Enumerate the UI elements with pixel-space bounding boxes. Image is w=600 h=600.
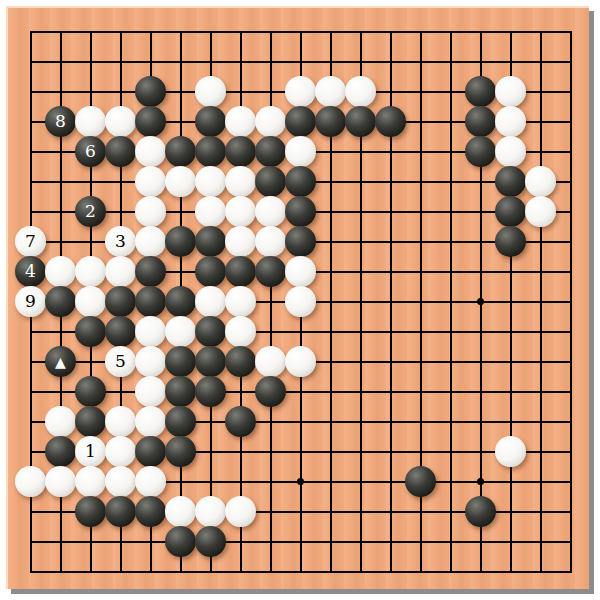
black-stone[interactable] <box>225 346 256 377</box>
white-stone[interactable] <box>225 496 256 527</box>
white-stone[interactable] <box>105 466 136 497</box>
white-stone[interactable] <box>195 76 226 107</box>
move-number-label: 8 <box>55 113 66 130</box>
black-stone[interactable] <box>195 346 226 377</box>
white-stone[interactable] <box>525 196 556 227</box>
white-stone[interactable]: 3 <box>105 226 136 257</box>
black-stone[interactable] <box>135 436 166 467</box>
white-stone[interactable] <box>195 286 226 317</box>
white-stone[interactable] <box>105 256 136 287</box>
white-stone[interactable] <box>45 466 76 497</box>
go-board[interactable]: 8627349▲51 <box>6 6 589 589</box>
white-stone[interactable] <box>225 106 256 137</box>
black-stone[interactable]: 8 <box>45 106 76 137</box>
white-stone[interactable] <box>225 196 256 227</box>
black-stone[interactable] <box>495 196 526 227</box>
black-stone[interactable] <box>45 436 76 467</box>
black-stone[interactable]: ▲ <box>45 346 76 377</box>
black-stone[interactable] <box>345 106 376 137</box>
black-stone[interactable] <box>105 496 136 527</box>
black-stone[interactable] <box>165 376 196 407</box>
white-stone[interactable] <box>135 196 166 227</box>
white-stone[interactable]: 7 <box>15 226 46 257</box>
black-stone[interactable] <box>225 406 256 437</box>
move-number-label: 2 <box>85 203 96 220</box>
black-stone[interactable] <box>75 496 106 527</box>
white-stone[interactable] <box>135 136 166 167</box>
move-number-label: 4 <box>25 263 36 280</box>
black-stone[interactable] <box>45 286 76 317</box>
black-stone[interactable] <box>495 226 526 257</box>
black-stone[interactable] <box>75 406 106 437</box>
white-stone[interactable]: 5 <box>105 346 136 377</box>
black-stone[interactable] <box>255 376 286 407</box>
white-stone[interactable] <box>225 316 256 347</box>
black-stone[interactable] <box>285 226 316 257</box>
move-number-label: 1 <box>85 443 96 460</box>
white-stone[interactable] <box>195 196 226 227</box>
white-stone[interactable] <box>75 466 106 497</box>
white-stone[interactable] <box>105 436 136 467</box>
white-stone[interactable] <box>195 166 226 197</box>
grid-line-horizontal <box>30 391 572 393</box>
black-stone[interactable] <box>255 136 286 167</box>
white-stone[interactable] <box>45 406 76 437</box>
black-stone[interactable] <box>75 376 106 407</box>
white-stone[interactable] <box>135 226 166 257</box>
white-stone[interactable] <box>105 406 136 437</box>
white-stone[interactable] <box>135 166 166 197</box>
white-stone[interactable] <box>255 196 286 227</box>
black-stone[interactable] <box>165 526 196 557</box>
go-diagram: 8627349▲51 <box>0 0 600 600</box>
black-stone[interactable] <box>195 226 226 257</box>
triangle-marker: ▲ <box>55 355 66 369</box>
white-stone[interactable] <box>135 406 166 437</box>
grid-line-vertical <box>570 31 572 573</box>
white-stone[interactable] <box>195 496 226 527</box>
white-stone[interactable] <box>345 76 376 107</box>
black-stone[interactable] <box>195 106 226 137</box>
white-stone[interactable] <box>165 166 196 197</box>
black-stone[interactable] <box>285 196 316 227</box>
black-stone[interactable] <box>135 256 166 287</box>
black-stone[interactable] <box>465 106 496 137</box>
black-stone[interactable] <box>495 166 526 197</box>
move-number-label: 9 <box>25 293 36 310</box>
white-stone[interactable] <box>135 346 166 377</box>
black-stone[interactable] <box>135 106 166 137</box>
black-stone[interactable] <box>195 256 226 287</box>
black-stone[interactable] <box>225 136 256 167</box>
move-number-label: 3 <box>115 233 126 250</box>
white-stone[interactable] <box>75 256 106 287</box>
star-point <box>477 298 484 305</box>
grid-line-vertical <box>450 31 452 573</box>
black-stone[interactable] <box>165 286 196 317</box>
black-stone[interactable] <box>165 346 196 377</box>
black-stone[interactable] <box>255 166 286 197</box>
black-stone[interactable] <box>225 256 256 287</box>
move-number-label: 6 <box>85 143 96 160</box>
white-stone[interactable]: 1 <box>75 436 106 467</box>
white-stone[interactable] <box>135 376 166 407</box>
black-stone[interactable] <box>285 106 316 137</box>
black-stone[interactable] <box>165 136 196 167</box>
black-stone[interactable] <box>195 526 226 557</box>
white-stone[interactable] <box>495 436 526 467</box>
white-stone[interactable] <box>285 76 316 107</box>
black-stone[interactable] <box>135 76 166 107</box>
black-stone[interactable] <box>255 256 286 287</box>
white-stone[interactable] <box>225 286 256 317</box>
black-stone[interactable] <box>105 286 136 317</box>
move-number-label: 5 <box>115 353 126 370</box>
white-stone[interactable] <box>255 226 286 257</box>
white-stone[interactable] <box>165 496 196 527</box>
white-stone[interactable] <box>15 466 46 497</box>
black-stone[interactable] <box>105 316 136 347</box>
black-stone[interactable] <box>465 136 496 167</box>
black-stone[interactable] <box>285 166 316 197</box>
black-stone[interactable] <box>195 316 226 347</box>
black-stone[interactable] <box>465 76 496 107</box>
black-stone[interactable]: 2 <box>75 196 106 227</box>
grid-line-horizontal <box>30 571 572 573</box>
black-stone[interactable] <box>165 226 196 257</box>
white-stone[interactable] <box>285 346 316 377</box>
black-stone[interactable] <box>135 286 166 317</box>
white-stone[interactable] <box>315 76 346 107</box>
white-stone[interactable] <box>225 226 256 257</box>
white-stone[interactable] <box>75 106 106 137</box>
white-stone[interactable] <box>285 256 316 287</box>
white-stone[interactable]: 9 <box>15 286 46 317</box>
star-point <box>297 478 304 485</box>
black-stone[interactable] <box>315 106 346 137</box>
white-stone[interactable] <box>255 346 286 377</box>
white-stone[interactable] <box>495 136 526 167</box>
white-stone[interactable] <box>105 106 136 137</box>
white-stone[interactable] <box>495 106 526 137</box>
black-stone[interactable] <box>165 436 196 467</box>
white-stone[interactable] <box>135 316 166 347</box>
black-stone[interactable] <box>165 406 196 437</box>
white-stone[interactable] <box>165 316 196 347</box>
grid-line-vertical <box>540 31 542 573</box>
white-stone[interactable] <box>285 286 316 317</box>
black-stone[interactable] <box>405 466 436 497</box>
black-stone[interactable] <box>105 136 136 167</box>
grid-line-horizontal <box>30 541 572 543</box>
white-stone[interactable] <box>45 256 76 287</box>
white-stone[interactable] <box>75 286 106 317</box>
white-stone[interactable] <box>225 166 256 197</box>
black-stone[interactable] <box>375 106 406 137</box>
star-point <box>477 478 484 485</box>
white-stone[interactable] <box>495 76 526 107</box>
black-stone[interactable] <box>135 496 166 527</box>
black-stone[interactable]: 4 <box>15 256 46 287</box>
black-stone[interactable] <box>195 136 226 167</box>
black-stone[interactable] <box>195 376 226 407</box>
white-stone[interactable] <box>135 466 166 497</box>
white-stone[interactable] <box>525 166 556 197</box>
black-stone[interactable] <box>465 496 496 527</box>
black-stone[interactable] <box>75 316 106 347</box>
black-stone[interactable]: 6 <box>75 136 106 167</box>
white-stone[interactable] <box>255 106 286 137</box>
move-number-label: 7 <box>25 233 36 250</box>
white-stone[interactable] <box>285 136 316 167</box>
